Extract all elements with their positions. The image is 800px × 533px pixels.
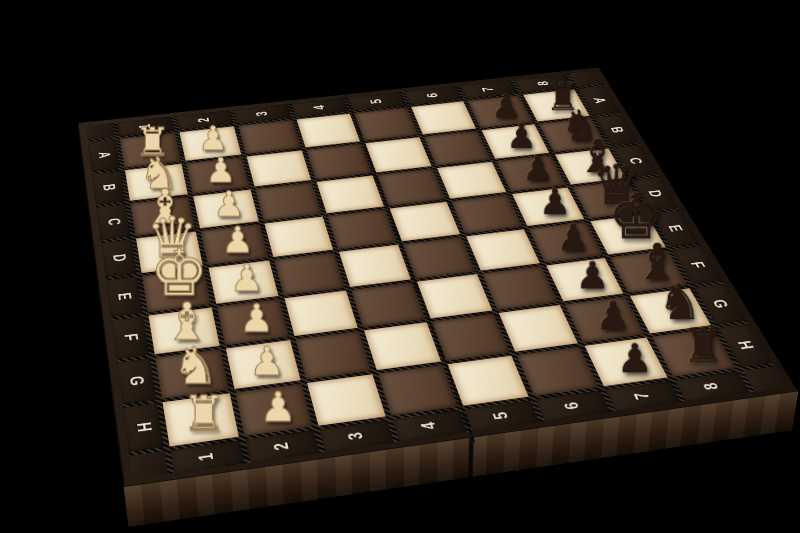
left-file-label-F: F <box>111 316 149 359</box>
piece-black-pawn-h7[interactable]: ♟ <box>602 338 669 378</box>
file-label-text: D <box>108 253 129 262</box>
square-h1[interactable]: ♜ <box>163 393 239 446</box>
square-e6[interactable] <box>466 229 540 270</box>
square-h6[interactable] <box>517 346 599 396</box>
rank-label-text: 7 <box>631 390 656 400</box>
square-a3[interactable] <box>238 119 301 153</box>
left-file-label-C: C <box>96 203 130 239</box>
rank-label-text: 4 <box>311 104 330 110</box>
piece-black-pawn-f7[interactable]: ♟ <box>561 257 624 295</box>
near-rank-label-7: 7 <box>606 380 681 410</box>
square-c6[interactable] <box>437 161 506 198</box>
square-h2[interactable]: ♟ <box>235 383 313 435</box>
file-label-text: H <box>131 421 155 433</box>
file-label-text: E <box>113 291 135 301</box>
frame-corner <box>85 122 115 139</box>
left-file-label-G: G <box>117 358 156 404</box>
square-c5[interactable] <box>377 168 445 205</box>
piece-black-pawn-d7[interactable]: ♟ <box>526 184 585 219</box>
file-label-text: A <box>94 151 114 159</box>
piece-white-knight-g1[interactable]: ♞ <box>162 339 229 390</box>
piece-white-pawn-f2[interactable]: ♟ <box>224 299 289 338</box>
square-b6[interactable] <box>424 130 491 165</box>
piece-white-pawn-e2[interactable]: ♟ <box>216 259 279 297</box>
near-rank-label-3: 3 <box>319 420 393 452</box>
piece-white-pawn-d2[interactable]: ♟ <box>207 222 268 258</box>
piece-black-pawn-e7[interactable]: ♟ <box>543 219 604 255</box>
piece-black-pawn-c7[interactable]: ♟ <box>509 151 566 185</box>
left-file-label-A: A <box>88 139 120 171</box>
piece-white-pawn-b2[interactable]: ♟ <box>192 153 249 187</box>
square-e5[interactable] <box>403 236 476 278</box>
piece-white-rook-h1[interactable]: ♜ <box>169 389 238 438</box>
rank-label-text: 2 <box>270 441 295 451</box>
square-e4[interactable] <box>339 244 411 286</box>
piece-white-pawn-g2[interactable]: ♟ <box>234 341 301 381</box>
rank-label-text: 5 <box>489 410 514 420</box>
square-f4[interactable] <box>351 282 425 327</box>
far-rank-label-4: 4 <box>292 97 349 116</box>
rank-label-text: 3 <box>344 430 369 440</box>
square-d4[interactable] <box>327 209 397 249</box>
left-file-label-B: B <box>92 170 125 204</box>
square-h3[interactable] <box>307 374 386 426</box>
near-rank-label-2: 2 <box>245 430 319 462</box>
piece-black-rook-h8[interactable]: ♜ <box>670 323 736 369</box>
square-h7[interactable]: ♟ <box>585 337 668 386</box>
file-label-text: E <box>664 224 687 233</box>
near-rank-label-5: 5 <box>465 400 540 431</box>
piece-white-pawn-c2[interactable]: ♟ <box>200 186 259 221</box>
square-f3[interactable] <box>284 290 357 335</box>
square-f5[interactable] <box>417 274 492 318</box>
square-b4[interactable] <box>306 143 371 179</box>
square-g3[interactable] <box>295 331 371 379</box>
file-label-text: B <box>98 183 118 191</box>
square-h5[interactable] <box>448 355 529 405</box>
square-h4[interactable] <box>378 364 458 415</box>
piece-black-pawn-g7[interactable]: ♟ <box>581 296 645 335</box>
square-e3[interactable] <box>274 252 345 295</box>
left-file-label-E: E <box>106 276 143 316</box>
rank-label-text: 5 <box>367 98 386 104</box>
rank-label-text: 6 <box>424 92 443 98</box>
photo-background: 12345678A♜♟♟♜AB♞♟♟♞BC♝♟♟♝CD♛♟♟♛DE♚♟♟♚EF♝… <box>0 0 800 533</box>
square-a6[interactable] <box>411 101 476 134</box>
frame-corner <box>129 451 168 479</box>
square-d5[interactable] <box>390 201 460 240</box>
square-c4[interactable] <box>317 175 384 213</box>
square-g5[interactable] <box>432 313 510 360</box>
left-file-label-D: D <box>101 239 137 277</box>
chessboard: 12345678A♜♟♟♜AB♞♟♟♞BC♝♟♟♝CD♛♟♟♛DE♚♟♟♚EF♝… <box>78 67 799 487</box>
square-a5[interactable] <box>354 107 418 140</box>
square-g2[interactable]: ♟ <box>226 340 301 389</box>
piece-white-pawn-h2[interactable]: ♟ <box>244 386 313 427</box>
near-rank-label-4: 4 <box>393 410 468 441</box>
square-d6[interactable] <box>451 194 522 233</box>
square-a4[interactable] <box>297 113 360 147</box>
square-g6[interactable] <box>499 305 578 352</box>
frame-corner <box>743 366 787 391</box>
file-label-text: F <box>119 332 142 341</box>
file-label-text: G <box>125 374 149 386</box>
file-label-text: F <box>685 260 708 269</box>
square-c3[interactable] <box>255 182 322 220</box>
square-b3[interactable] <box>247 150 312 186</box>
square-d3[interactable] <box>264 216 333 256</box>
near-rank-label-6: 6 <box>536 390 611 421</box>
square-g4[interactable] <box>364 322 441 370</box>
rank-label-text: 6 <box>560 400 585 410</box>
near-rank-label-1: 1 <box>170 440 244 473</box>
left-file-label-H: H <box>123 403 164 452</box>
near-rank-label-8: 8 <box>675 371 750 401</box>
file-label-text: C <box>103 217 124 226</box>
rank-label-text: 4 <box>417 420 442 430</box>
rank-label-text: 1 <box>195 451 220 462</box>
square-f6[interactable] <box>482 266 558 310</box>
square-b5[interactable] <box>365 137 431 172</box>
rank-label-text: 3 <box>253 110 272 116</box>
rank-label-text: 8 <box>700 381 725 391</box>
